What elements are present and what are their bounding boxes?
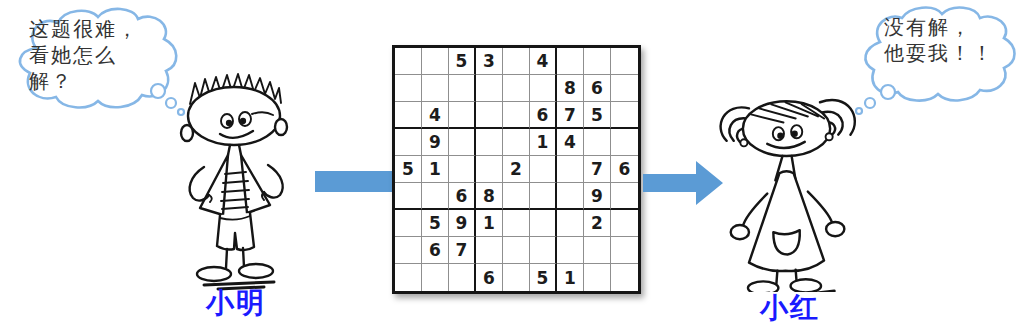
boy-figure — [176, 70, 306, 295]
right-thought-line-1: 没有解， — [884, 14, 994, 40]
sudoku-cell-r7c1 — [395, 210, 422, 237]
sudoku-cell-r8c4 — [476, 237, 503, 264]
sudoku-cell-r7c7 — [557, 210, 584, 237]
sudoku-cell-r5c7 — [557, 156, 584, 183]
sudoku-cell-r5c9: 6 — [611, 156, 638, 183]
sudoku-cell-r6c6 — [530, 183, 557, 210]
sudoku-cell-r9c2 — [422, 264, 449, 291]
sudoku-cell-r6c8: 9 — [584, 183, 611, 210]
sudoku-cell-r6c5 — [503, 183, 530, 210]
sudoku-cell-r3c2: 4 — [422, 102, 449, 129]
sudoku-cell-r4c4 — [476, 129, 503, 156]
sudoku-cell-r4c3 — [449, 129, 476, 156]
sudoku-cell-r5c6 — [530, 156, 557, 183]
sudoku-cell-r3c7: 7 — [557, 102, 584, 129]
sudoku-cell-r2c6 — [530, 75, 557, 102]
sudoku-cell-r8c1 — [395, 237, 422, 264]
sudoku-cell-r8c6 — [530, 237, 557, 264]
scene: 这题很难， 看她怎么 解？ 小明 53486467591451276689591… — [0, 0, 1024, 335]
sudoku-cell-r8c5 — [503, 237, 530, 264]
sudoku-cell-r4c5 — [503, 129, 530, 156]
sudoku-cell-r5c1: 5 — [395, 156, 422, 183]
sudoku-cell-r3c6: 6 — [530, 102, 557, 129]
sudoku-cell-r8c8 — [584, 237, 611, 264]
sudoku-cell-r1c1 — [395, 48, 422, 75]
sudoku-cell-r8c2: 6 — [422, 237, 449, 264]
arrow-left-icon — [315, 171, 392, 192]
left-person-name: 小明 — [188, 284, 284, 322]
sudoku-cell-r1c9 — [611, 48, 638, 75]
sudoku-cell-r8c9 — [611, 237, 638, 264]
sudoku-cell-r2c7: 8 — [557, 75, 584, 102]
sudoku-cell-r5c8: 7 — [584, 156, 611, 183]
sudoku-cell-r9c9 — [611, 264, 638, 291]
sudoku-cell-r1c7 — [557, 48, 584, 75]
sudoku-cell-r7c4: 1 — [476, 210, 503, 237]
sudoku-cell-r3c3 — [449, 102, 476, 129]
sudoku-cell-r6c3: 6 — [449, 183, 476, 210]
sudoku-cell-r6c2 — [422, 183, 449, 210]
sudoku-cell-r7c8: 2 — [584, 210, 611, 237]
sudoku-cell-r4c2: 9 — [422, 129, 449, 156]
sudoku-cell-r2c8: 6 — [584, 75, 611, 102]
left-thought-line-1: 这题很难， — [29, 16, 139, 42]
sudoku-cell-r8c7 — [557, 237, 584, 264]
sudoku-cell-r5c4 — [476, 156, 503, 183]
sudoku-cell-r4c9 — [611, 129, 638, 156]
sudoku-cell-r1c4: 3 — [476, 48, 503, 75]
sudoku-cell-r9c4: 6 — [476, 264, 503, 291]
left-thought-text: 这题很难， 看她怎么 解？ — [29, 16, 139, 94]
sudoku-cell-r9c6: 5 — [530, 264, 557, 291]
sudoku-cell-r6c1 — [395, 183, 422, 210]
sudoku-cell-r2c3 — [449, 75, 476, 102]
sudoku-cell-r1c2 — [422, 48, 449, 75]
sudoku-board: 53486467591451276689591267651 — [392, 45, 641, 294]
sudoku-cell-r7c3: 9 — [449, 210, 476, 237]
sudoku-cell-r3c5 — [503, 102, 530, 129]
sudoku-cell-r1c3: 5 — [449, 48, 476, 75]
sudoku-cell-r4c6: 1 — [530, 129, 557, 156]
sudoku-cell-r5c2: 1 — [422, 156, 449, 183]
sudoku-cell-r2c4 — [476, 75, 503, 102]
sudoku-cell-r1c5 — [503, 48, 530, 75]
sudoku-cell-r2c1 — [395, 75, 422, 102]
right-person-name: 小红 — [742, 289, 838, 327]
sudoku-cell-r7c9 — [611, 210, 638, 237]
sudoku-cell-r7c6 — [530, 210, 557, 237]
sudoku-cell-r9c5 — [503, 264, 530, 291]
sudoku-cell-r1c8 — [584, 48, 611, 75]
sudoku-cell-r3c4 — [476, 102, 503, 129]
right-thought-line-2: 他耍我！！ — [884, 40, 994, 66]
sudoku-cell-r6c9 — [611, 183, 638, 210]
sudoku-cell-r3c1 — [395, 102, 422, 129]
sudoku-cell-r4c7: 4 — [557, 129, 584, 156]
sudoku-cell-r3c8: 5 — [584, 102, 611, 129]
sudoku-cell-r2c5 — [503, 75, 530, 102]
sudoku-cell-r4c8 — [584, 129, 611, 156]
sudoku-cell-r5c3 — [449, 156, 476, 183]
sudoku-cell-r5c5: 2 — [503, 156, 530, 183]
sudoku-cell-r9c8 — [584, 264, 611, 291]
sudoku-cell-r3c9 — [611, 102, 638, 129]
sudoku-cell-r9c1 — [395, 264, 422, 291]
sudoku-cell-r6c7 — [557, 183, 584, 210]
left-thought-line-3: 解？ — [29, 68, 139, 94]
left-thought-line-2: 看她怎么 — [29, 42, 139, 68]
sudoku-cell-r4c1 — [395, 129, 422, 156]
sudoku-cell-r7c2: 5 — [422, 210, 449, 237]
sudoku-cell-r9c7: 1 — [557, 264, 584, 291]
sudoku-cell-r6c4: 8 — [476, 183, 503, 210]
sudoku-cell-r9c3 — [449, 264, 476, 291]
sudoku-cell-r8c3: 7 — [449, 237, 476, 264]
sudoku-cell-r2c9 — [611, 75, 638, 102]
sudoku-cell-r7c5 — [503, 210, 530, 237]
sudoku-cell-r1c6: 4 — [530, 48, 557, 75]
sudoku-cell-r2c2 — [422, 75, 449, 102]
right-thought-text: 没有解， 他耍我！！ — [884, 14, 994, 66]
